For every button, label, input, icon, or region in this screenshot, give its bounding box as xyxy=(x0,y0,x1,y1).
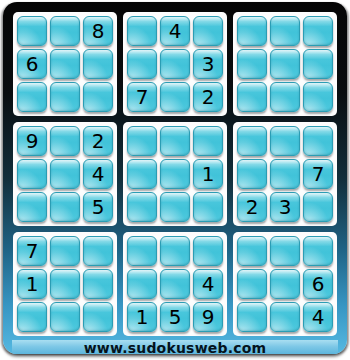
cell-r3c3[interactable] xyxy=(83,82,113,112)
cell-r8c5[interactable] xyxy=(160,269,190,299)
cell-r1c9[interactable] xyxy=(303,16,333,46)
cell-r5c6[interactable]: 1 xyxy=(193,159,223,189)
board-frame: 8643729245172371415964 www.sudokusweb.co… xyxy=(3,2,347,354)
cell-r5c9[interactable]: 7 xyxy=(303,159,333,189)
site-url[interactable]: www.sudokusweb.com xyxy=(84,340,267,355)
footer-bar: www.sudokusweb.com xyxy=(12,340,338,354)
cell-r4c8[interactable] xyxy=(270,126,300,156)
cell-r5c1[interactable] xyxy=(17,159,47,189)
cell-r5c8[interactable] xyxy=(270,159,300,189)
cell-r8c8[interactable] xyxy=(270,269,300,299)
cell-r4c7[interactable] xyxy=(237,126,267,156)
cell-r7c4[interactable] xyxy=(127,236,157,266)
cell-r1c6[interactable] xyxy=(193,16,223,46)
cell-r1c7[interactable] xyxy=(237,16,267,46)
cell-r6c6[interactable] xyxy=(193,192,223,222)
cell-r2c9[interactable] xyxy=(303,49,333,79)
box-r3c2: 4159 xyxy=(123,232,227,336)
cell-r3c4[interactable]: 7 xyxy=(127,82,157,112)
box-r1c2: 4372 xyxy=(123,12,227,116)
cell-r2c7[interactable] xyxy=(237,49,267,79)
cell-r3c9[interactable] xyxy=(303,82,333,112)
cell-r4c4[interactable] xyxy=(127,126,157,156)
box-r1c3 xyxy=(233,12,337,116)
cell-r2c5[interactable] xyxy=(160,49,190,79)
cell-r2c3[interactable] xyxy=(83,49,113,79)
cell-r1c5[interactable]: 4 xyxy=(160,16,190,46)
cell-r1c3[interactable]: 8 xyxy=(83,16,113,46)
cell-r2c1[interactable]: 6 xyxy=(17,49,47,79)
box-r2c1: 9245 xyxy=(13,122,117,226)
cell-r5c4[interactable] xyxy=(127,159,157,189)
cell-r7c6[interactable] xyxy=(193,236,223,266)
cell-r8c1[interactable]: 1 xyxy=(17,269,47,299)
sudoku-screenshot: 8643729245172371415964 www.sudokusweb.co… xyxy=(0,0,350,360)
cell-r9c9[interactable]: 4 xyxy=(303,302,333,332)
cell-r5c2[interactable] xyxy=(50,159,80,189)
cell-r6c8[interactable]: 3 xyxy=(270,192,300,222)
cell-r8c2[interactable] xyxy=(50,269,80,299)
box-r3c3: 64 xyxy=(233,232,337,336)
cell-r9c3[interactable] xyxy=(83,302,113,332)
cell-r4c3[interactable]: 2 xyxy=(83,126,113,156)
cell-r8c3[interactable] xyxy=(83,269,113,299)
cell-r5c3[interactable]: 4 xyxy=(83,159,113,189)
cell-r4c6[interactable] xyxy=(193,126,223,156)
board-grid: 8643729245172371415964 xyxy=(3,2,347,336)
cell-r7c9[interactable] xyxy=(303,236,333,266)
cell-r6c5[interactable] xyxy=(160,192,190,222)
cell-r8c7[interactable] xyxy=(237,269,267,299)
cell-r8c4[interactable] xyxy=(127,269,157,299)
cell-r8c9[interactable]: 6 xyxy=(303,269,333,299)
box-r3c1: 71 xyxy=(13,232,117,336)
cell-r2c8[interactable] xyxy=(270,49,300,79)
cell-r1c1[interactable] xyxy=(17,16,47,46)
cell-r3c5[interactable] xyxy=(160,82,190,112)
box-r2c3: 723 xyxy=(233,122,337,226)
cell-r3c1[interactable] xyxy=(17,82,47,112)
cell-r8c6[interactable]: 4 xyxy=(193,269,223,299)
cell-r9c5[interactable]: 5 xyxy=(160,302,190,332)
cell-r6c3[interactable]: 5 xyxy=(83,192,113,222)
cell-r6c2[interactable] xyxy=(50,192,80,222)
cell-r5c7[interactable] xyxy=(237,159,267,189)
cell-r6c9[interactable] xyxy=(303,192,333,222)
cell-r5c5[interactable] xyxy=(160,159,190,189)
cell-r1c8[interactable] xyxy=(270,16,300,46)
cell-r3c8[interactable] xyxy=(270,82,300,112)
cell-r9c1[interactable] xyxy=(17,302,47,332)
cell-r4c9[interactable] xyxy=(303,126,333,156)
cell-r7c3[interactable] xyxy=(83,236,113,266)
cell-r9c2[interactable] xyxy=(50,302,80,332)
cell-r1c4[interactable] xyxy=(127,16,157,46)
cell-r9c7[interactable] xyxy=(237,302,267,332)
cell-r7c5[interactable] xyxy=(160,236,190,266)
cell-r9c8[interactable] xyxy=(270,302,300,332)
cell-r4c2[interactable] xyxy=(50,126,80,156)
cell-r3c7[interactable] xyxy=(237,82,267,112)
cell-r1c2[interactable] xyxy=(50,16,80,46)
cell-r7c7[interactable] xyxy=(237,236,267,266)
cell-r2c4[interactable] xyxy=(127,49,157,79)
cell-r6c7[interactable]: 2 xyxy=(237,192,267,222)
box-r1c1: 86 xyxy=(13,12,117,116)
cell-r4c5[interactable] xyxy=(160,126,190,156)
cell-r3c6[interactable]: 2 xyxy=(193,82,223,112)
cell-r3c2[interactable] xyxy=(50,82,80,112)
cell-r2c2[interactable] xyxy=(50,49,80,79)
cell-r4c1[interactable]: 9 xyxy=(17,126,47,156)
cell-r6c1[interactable] xyxy=(17,192,47,222)
box-r2c2: 1 xyxy=(123,122,227,226)
cell-r7c1[interactable]: 7 xyxy=(17,236,47,266)
cell-r9c4[interactable]: 1 xyxy=(127,302,157,332)
cell-r9c6[interactable]: 9 xyxy=(193,302,223,332)
cell-r7c2[interactable] xyxy=(50,236,80,266)
cell-r7c8[interactable] xyxy=(270,236,300,266)
cell-r6c4[interactable] xyxy=(127,192,157,222)
cell-r2c6[interactable]: 3 xyxy=(193,49,223,79)
